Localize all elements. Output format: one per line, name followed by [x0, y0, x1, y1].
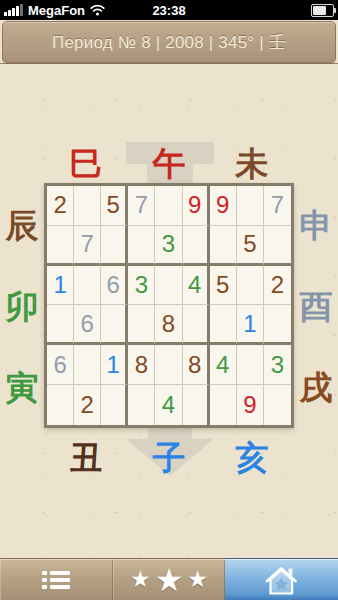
grid-cell-r4c5: 8 — [155, 305, 182, 345]
star-number: 7 — [135, 193, 148, 217]
star-number: 5 — [243, 232, 256, 256]
grid-cell-r6c8: 9 — [237, 385, 264, 425]
header-divider — [0, 63, 338, 64]
grid-cell-r5c9: 3 — [264, 345, 291, 385]
signal-strength-icon — [4, 4, 23, 17]
grid-cell-r1c2 — [74, 186, 101, 226]
branch-chen-label: 辰 — [0, 205, 44, 245]
grid-cell-r2c3 — [101, 226, 128, 266]
grid-cell-r2c8: 5 — [237, 226, 264, 266]
grid-cell-r6c2: 2 — [74, 385, 101, 425]
grid-cell-r5c5 — [155, 345, 182, 385]
grid-cell-r4c2: 6 — [74, 305, 101, 345]
grid-cell-r6c3 — [101, 385, 128, 425]
star-number: 2 — [271, 273, 284, 297]
star-number: 4 — [162, 393, 175, 417]
star-number: 8 — [135, 353, 148, 377]
star-number: 7 — [271, 193, 284, 217]
star-number: 3 — [271, 353, 284, 377]
star-number: 6 — [80, 312, 93, 336]
grid-cell-r6c5: 4 — [155, 385, 182, 425]
star-number: 4 — [188, 273, 201, 297]
grid-cell-r5c8 — [237, 345, 264, 385]
branch-wu-label: 午 — [147, 143, 191, 183]
branch-you-label: 酉 — [294, 286, 338, 326]
app-screen: MegaFon 23:38 Период № 8 | 2008 | 345° |… — [0, 0, 338, 600]
grid-cell-r3c2 — [74, 266, 101, 306]
branch-zi-label: 子 — [147, 437, 191, 477]
grid-cell-r5c1: 6 — [47, 345, 74, 385]
grid-cell-r5c4: 8 — [128, 345, 155, 385]
star-number: 9 — [216, 193, 229, 217]
star-number: 5 — [216, 273, 229, 297]
stars-icon: ★★★ — [130, 561, 208, 599]
branch-hai-label: 亥 — [230, 437, 274, 477]
grid-cell-r1c8 — [237, 186, 264, 226]
grid-cell-r5c2 — [74, 345, 101, 385]
grid-cell-r4c6 — [183, 305, 210, 345]
grid-cell-r3c3: 6 — [101, 266, 128, 306]
grid-cell-r4c8: 1 — [237, 305, 264, 345]
grid-cell-r2c7 — [210, 226, 237, 266]
wifi-icon — [90, 4, 105, 16]
grid-cell-r4c3 — [101, 305, 128, 345]
grid-cell-r3c8 — [237, 266, 264, 306]
star-number: 9 — [188, 193, 201, 217]
star-number: 3 — [135, 273, 148, 297]
branch-yin-label: 寅 — [0, 367, 44, 407]
star-number: 2 — [53, 193, 66, 217]
grid-cell-r3c1: 1 — [47, 266, 74, 306]
grid-cell-r2c6 — [183, 226, 210, 266]
star-number: 4 — [216, 353, 229, 377]
star-number: 6 — [53, 353, 66, 377]
battery-fill — [313, 6, 326, 15]
grid-cell-r1c5 — [155, 186, 182, 226]
grid-cell-r2c1 — [47, 226, 74, 266]
grid-cell-r3c5 — [155, 266, 182, 306]
branch-xu-label: 戌 — [294, 367, 338, 407]
grid-cell-r6c6 — [183, 385, 210, 425]
period-title: Период № 8 | 2008 | 345° | 壬 — [52, 31, 286, 54]
grid-cell-r2c2: 7 — [74, 226, 101, 266]
flying-star-grid: 257997735163452681618843249 — [44, 183, 294, 428]
grid-cell-r5c7: 4 — [210, 345, 237, 385]
star-number: 6 — [107, 273, 120, 297]
star-number: 7 — [80, 232, 93, 256]
star-number: 1 — [107, 353, 120, 377]
branch-wei-label: 未 — [230, 143, 274, 183]
star-number: 8 — [188, 353, 201, 377]
carrier-label: MegaFon — [28, 3, 85, 18]
grid-cell-r1c7: 9 — [210, 186, 237, 226]
period-header-button[interactable]: Период № 8 | 2008 | 345° | 壬 — [2, 21, 336, 63]
star-number: 5 — [107, 193, 120, 217]
grid-cell-r6c4 — [128, 385, 155, 425]
list-tab-button[interactable] — [0, 558, 113, 600]
status-bar: MegaFon 23:38 — [0, 0, 338, 20]
grid-cell-r6c9 — [264, 385, 291, 425]
grid-cell-r1c9: 7 — [264, 186, 291, 226]
grid-cell-r1c3: 5 — [101, 186, 128, 226]
grid-cell-r5c6: 8 — [183, 345, 210, 385]
grid-cell-r6c7 — [210, 385, 237, 425]
rating-tab-button[interactable]: ★★★ — [113, 558, 226, 600]
star-number: 1 — [243, 312, 256, 336]
grid-cell-r3c9: 2 — [264, 266, 291, 306]
battery-icon — [311, 4, 334, 17]
branch-chou-label: 丑 — [64, 437, 108, 477]
star-number: 3 — [162, 232, 175, 256]
grid-cell-r1c6: 9 — [183, 186, 210, 226]
home-tab-button[interactable] — [225, 558, 338, 600]
grid-cell-r4c9 — [264, 305, 291, 345]
grid-cell-r3c6: 4 — [183, 266, 210, 306]
grid-cell-r3c4: 3 — [128, 266, 155, 306]
star-number: 2 — [80, 393, 93, 417]
bottom-toolbar: ★★★ — [0, 558, 338, 600]
list-icon — [42, 571, 70, 589]
star-number: 9 — [243, 393, 256, 417]
grid-cell-r4c4 — [128, 305, 155, 345]
grid-cell-r1c4: 7 — [128, 186, 155, 226]
branch-mao-label: 卯 — [0, 286, 44, 326]
branch-shen-label: 申 — [294, 205, 338, 245]
grid-cell-r2c5: 3 — [155, 226, 182, 266]
star-number: 8 — [162, 312, 175, 336]
grid-cell-r4c1 — [47, 305, 74, 345]
grid-cell-r2c9 — [264, 226, 291, 266]
grid-cell-r5c3: 1 — [101, 345, 128, 385]
grid-cell-r4c7 — [210, 305, 237, 345]
grid-cell-r3c7: 5 — [210, 266, 237, 306]
grid-cell-r6c1 — [47, 385, 74, 425]
grid-cell-r2c4 — [128, 226, 155, 266]
home-icon — [263, 564, 300, 596]
star-number: 1 — [53, 273, 66, 297]
branch-si-label: 巳 — [64, 143, 108, 183]
grid-cell-r1c1: 2 — [47, 186, 74, 226]
